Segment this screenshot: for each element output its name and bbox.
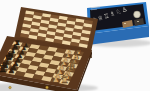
front-clasp-icon — [46, 86, 49, 89]
white-pawn: ♟ — [52, 75, 59, 84]
black-pawn: ♟ — [8, 66, 15, 75]
white-rook: ♜ — [60, 74, 69, 85]
box-thumbnail-detail — [137, 21, 139, 22]
front-clasp-icon — [9, 86, 12, 89]
box-thumbnail-detail — [124, 23, 126, 24]
product-photo: ♔♕♖♗♘♙ ♜♟♞♟♝♟♟♜♛♟♟♞♚♟♟♝♝♟♟♛♞♟♟♚♜♟♟♝♟♞♟♜ — [0, 0, 150, 91]
chess-set-scene: ♔♕♖♗♘♙ ♜♟♞♟♝♟♟♜♛♟♟♞♚♟♟♝♝♟♟♛♞♟♟♚♜♟♟♝♟♞♟♜ — [0, 0, 150, 91]
black-rook: ♜ — [0, 63, 7, 74]
box-badge — [134, 11, 141, 18]
